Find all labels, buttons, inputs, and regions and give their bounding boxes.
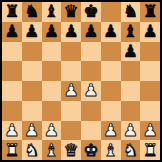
piece-white-king[interactable]: ♚	[83, 141, 98, 158]
piece-white-bishop[interactable]: ♝	[103, 141, 118, 158]
square-d6[interactable]	[61, 42, 81, 62]
square-c5[interactable]	[42, 61, 62, 81]
piece-black-pawn[interactable]: ♟	[4, 23, 19, 40]
piece-black-queen[interactable]: ♛	[64, 3, 79, 20]
square-f5[interactable]	[101, 61, 121, 81]
piece-white-pawn[interactable]: ♟	[64, 82, 79, 99]
square-b1[interactable]: ♞	[22, 140, 42, 160]
piece-black-rook[interactable]: ♜	[4, 3, 19, 20]
piece-black-pawn[interactable]: ♟	[103, 23, 118, 40]
piece-white-queen[interactable]: ♛	[64, 141, 79, 158]
square-g4[interactable]	[121, 81, 141, 101]
square-g5[interactable]	[121, 61, 141, 81]
square-h4[interactable]	[140, 81, 160, 101]
piece-white-pawn[interactable]: ♟	[4, 121, 19, 138]
square-a5[interactable]	[2, 61, 22, 81]
square-b8[interactable]: ♞	[22, 2, 42, 22]
square-e1[interactable]: ♚	[81, 140, 101, 160]
square-g8[interactable]: ♞	[121, 2, 141, 22]
square-c2[interactable]: ♟	[42, 121, 62, 141]
chess-board: ♜♞♝♛♚♞♜♟♟♟♟♟♟♝♟♟♟♟♟♟♟♟♟♟♜♞♝♛♚♝♞♜	[0, 0, 162, 162]
square-g7[interactable]: ♝	[121, 22, 141, 42]
square-c6[interactable]	[42, 42, 62, 62]
square-a2[interactable]: ♟	[2, 121, 22, 141]
square-e4[interactable]: ♟	[81, 81, 101, 101]
square-h8[interactable]: ♜	[140, 2, 160, 22]
piece-black-pawn[interactable]: ♟	[143, 23, 158, 40]
square-f6[interactable]	[101, 42, 121, 62]
square-g1[interactable]: ♞	[121, 140, 141, 160]
piece-white-bishop[interactable]: ♝	[44, 141, 59, 158]
piece-white-pawn[interactable]: ♟	[83, 82, 98, 99]
square-f1[interactable]: ♝	[101, 140, 121, 160]
square-b5[interactable]	[22, 61, 42, 81]
square-d8[interactable]: ♛	[61, 2, 81, 22]
piece-black-bishop[interactable]: ♝	[44, 3, 59, 20]
square-c4[interactable]	[42, 81, 62, 101]
piece-white-knight[interactable]: ♞	[24, 141, 39, 158]
piece-white-pawn[interactable]: ♟	[143, 121, 158, 138]
square-h1[interactable]: ♜	[140, 140, 160, 160]
piece-black-pawn[interactable]: ♟	[24, 23, 39, 40]
square-c3[interactable]	[42, 101, 62, 121]
piece-black-pawn[interactable]: ♟	[83, 23, 98, 40]
square-e3[interactable]	[81, 101, 101, 121]
piece-black-knight[interactable]: ♞	[123, 3, 138, 20]
square-d4[interactable]: ♟	[61, 81, 81, 101]
piece-white-pawn[interactable]: ♟	[44, 121, 59, 138]
piece-black-bishop[interactable]: ♝	[123, 23, 138, 40]
square-d5[interactable]	[61, 61, 81, 81]
square-h2[interactable]: ♟	[140, 121, 160, 141]
square-a7[interactable]: ♟	[2, 22, 22, 42]
square-h5[interactable]	[140, 61, 160, 81]
square-a8[interactable]: ♜	[2, 2, 22, 22]
square-f8[interactable]	[101, 2, 121, 22]
piece-black-pawn[interactable]: ♟	[64, 23, 79, 40]
piece-black-king[interactable]: ♚	[83, 3, 98, 20]
piece-white-knight[interactable]: ♞	[123, 141, 138, 158]
square-b6[interactable]	[22, 42, 42, 62]
square-f4[interactable]	[101, 81, 121, 101]
square-e6[interactable]	[81, 42, 101, 62]
square-h6[interactable]	[140, 42, 160, 62]
square-e2[interactable]	[81, 121, 101, 141]
piece-black-pawn[interactable]: ♟	[123, 42, 138, 59]
square-f7[interactable]: ♟	[101, 22, 121, 42]
square-a3[interactable]	[2, 101, 22, 121]
square-g3[interactable]	[121, 101, 141, 121]
square-b4[interactable]	[22, 81, 42, 101]
piece-white-rook[interactable]: ♜	[4, 141, 19, 158]
square-c1[interactable]: ♝	[42, 140, 62, 160]
square-e8[interactable]: ♚	[81, 2, 101, 22]
square-a4[interactable]	[2, 81, 22, 101]
square-b3[interactable]	[22, 101, 42, 121]
square-e5[interactable]	[81, 61, 101, 81]
square-f2[interactable]: ♟	[101, 121, 121, 141]
piece-white-pawn[interactable]: ♟	[24, 121, 39, 138]
square-c8[interactable]: ♝	[42, 2, 62, 22]
piece-black-rook[interactable]: ♜	[143, 3, 158, 20]
square-h3[interactable]	[140, 101, 160, 121]
square-d1[interactable]: ♛	[61, 140, 81, 160]
square-d2[interactable]	[61, 121, 81, 141]
square-b7[interactable]: ♟	[22, 22, 42, 42]
square-g2[interactable]: ♟	[121, 121, 141, 141]
square-c7[interactable]: ♟	[42, 22, 62, 42]
square-a6[interactable]	[2, 42, 22, 62]
square-f3[interactable]	[101, 101, 121, 121]
square-g6[interactable]: ♟	[121, 42, 141, 62]
piece-black-pawn[interactable]: ♟	[44, 23, 59, 40]
piece-white-pawn[interactable]: ♟	[103, 121, 118, 138]
square-d3[interactable]	[61, 101, 81, 121]
piece-black-knight[interactable]: ♞	[24, 3, 39, 20]
square-b2[interactable]: ♟	[22, 121, 42, 141]
square-h7[interactable]: ♟	[140, 22, 160, 42]
piece-white-pawn[interactable]: ♟	[123, 121, 138, 138]
square-d7[interactable]: ♟	[61, 22, 81, 42]
square-a1[interactable]: ♜	[2, 140, 22, 160]
piece-white-rook[interactable]: ♜	[143, 141, 158, 158]
square-e7[interactable]: ♟	[81, 22, 101, 42]
